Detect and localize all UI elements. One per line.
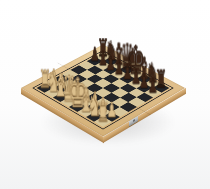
piece-black-pawn: ♟: [153, 93, 171, 114]
square-h1: ♜: [94, 117, 111, 127]
chess-board: ♜♞♝♛♚♝♞♜♟♟♟♟♟♟♟♟♟♟♟♟♟♟♟♟♜♞♝♛♚♝♞♜: [21, 45, 185, 137]
chess-set-product-photo[interactable]: ♜♞♝♛♚♝♞♜♟♟♟♟♟♟♟♟♟♟♟♟♟♟♟♟♜♞♝♛♚♝♞♜: [0, 0, 210, 189]
board-grid: ♜♞♝♛♚♝♞♜♟♟♟♟♟♟♟♟♟♟♟♟♟♟♟♟♜♞♝♛♚♝♞♜: [37, 52, 170, 126]
board-border-line: ♜♞♝♛♚♝♞♜♟♟♟♟♟♟♟♟♟♟♟♟♟♟♟♟♜♞♝♛♚♝♞♜: [32, 50, 173, 129]
board-scene: ♜♞♝♛♚♝♞♜♟♟♟♟♟♟♟♟♟♟♟♟♟♟♟♟♜♞♝♛♚♝♞♜: [0, 0, 210, 189]
piece-white-rook: ♜: [103, 122, 126, 148]
